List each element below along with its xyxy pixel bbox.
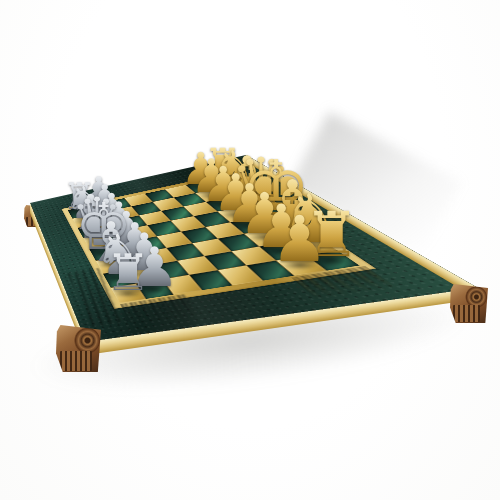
foot-flutes [453, 305, 480, 321]
foot-flutes [60, 351, 92, 371]
product-photo-scene: ♜♟♟♜♞♟♟♞♝♟♟♝♛♟♟♛♚♟♟♚♝♟♟♝♞♟♟♞♜♟♟♜ [0, 0, 500, 500]
ionic-foot-right [450, 284, 488, 323]
ionic-foot-front [56, 325, 101, 372]
